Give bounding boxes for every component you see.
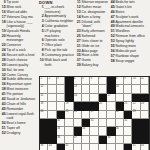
grid-cell[interactable] [74,144,82,150]
grid-cell[interactable]: 11 [141,77,149,85]
clue-number: 26 [1,53,6,58]
cell-number: 38 [108,136,111,139]
grid-cell[interactable]: 10 [132,77,140,85]
clue-text: Chain of hills [7,102,38,107]
clue-text: Bistro [116,10,150,15]
cell-number: 13 [74,85,77,88]
across-clue-list: 9Tip over15Mine rock16Want ad abbr.17Vet… [1,0,38,136]
clue-text: ___-in-cheek (insincere) [45,5,74,14]
clue-item: 51Taper off [1,126,38,131]
clue-text: Veterans Day mo. [7,15,38,20]
cell-number: 36 [57,136,60,139]
clue-item: 47Sculptor's work [110,15,150,20]
grid-cell[interactable] [90,144,98,150]
grid-cell[interactable] [99,144,107,150]
clue-number: 3 [39,19,44,24]
clue-number: 37 [76,58,81,63]
clue-number: 43 [1,102,6,107]
grid-cell[interactable] [48,111,56,119]
clue-text: Softened [82,34,110,39]
clue-text: Diluted, with "down" [82,20,110,29]
clue-number: 13 [76,10,81,15]
clue-item: 32Comic Carvey [1,73,38,78]
clue-item: 7Office plant [39,43,74,48]
cell-number: 24 [40,110,43,113]
clue-text: Apartment dweller [116,20,150,25]
clue-number: 38 [1,87,6,92]
clue-number: 16 [1,10,6,15]
clue-number: 9 [39,53,44,58]
clue-text: Remove from office [116,34,150,39]
clue-text: Early afternoon [82,29,110,34]
clue-text: Tip over [7,0,38,5]
down-clue-list-continued: 11Siberian expanse12Rather mean13Co. des… [76,0,110,68]
clue-number: 19 [1,29,6,34]
clue-text: Bear's home [7,121,38,126]
cell-number: 26 [74,110,77,113]
grid-cell[interactable]: 41 [65,144,73,150]
grid-cell[interactable] [90,136,98,144]
grid-cell[interactable]: 6 [90,77,98,85]
cell-number: 21 [124,102,127,105]
clue-item: 36Equestrian sport [1,82,38,87]
grid-cell[interactable]: 2 [48,77,56,85]
clue-number: 35 [76,53,81,58]
cell-number: 23 [141,102,144,105]
clue-item: 1___-in-cheek (insincere) [39,5,74,14]
grid-cell[interactable]: 26 [74,111,82,119]
grid-cell[interactable] [74,119,82,127]
cell-number: 8 [116,77,117,80]
cell-number: 28 [116,110,119,113]
grid-cell[interactable]: 16 [74,94,82,102]
clue-number: 25 [76,34,81,39]
clue-number: 27 [76,39,81,44]
clue-text: Drudgery [7,131,38,136]
black-square [132,94,140,102]
grid-cell[interactable]: 14 [116,85,124,93]
down-clue-list: DOWN 1___-in-cheek (insincere)2Approxima… [39,0,74,67]
clue-number: 28 [1,58,6,63]
cell-number: 10 [133,77,136,80]
grid-cell[interactable] [65,119,73,127]
clue-item: 25Softened [76,34,110,39]
grid-cell[interactable]: 15 [40,94,48,102]
clue-number: 57 [110,54,115,59]
clue-number: 8 [39,48,44,53]
grid-cell[interactable] [65,127,73,135]
clue-item: 19Upscale Honda [1,29,38,34]
cell-number: 9 [124,77,125,80]
clue-number: 39 [76,63,81,68]
clue-text: Earn a living [82,15,110,20]
clue-item: 53Spray lightly [110,39,150,44]
grid-cell[interactable] [124,94,132,102]
clue-item: 30Sal, for one [1,68,38,73]
clue-text: Wordless [116,29,150,34]
cell-number: 16 [74,94,77,97]
clue-item: 35Have a bite [76,53,110,58]
clue-item: 9Tip over [1,0,38,5]
clue-text: Atlas page [82,49,110,54]
clue-item: 52Remove from office [110,34,150,39]
cell-number: 41 [66,144,69,147]
grid-cell[interactable]: 27 [90,111,98,119]
clue-number: 45 [1,107,6,112]
clue-text: Rather mean [82,5,110,10]
clue-item: 57Rainbow shape [110,54,150,59]
grid-cell[interactable]: 35 [116,127,124,135]
grid-cell[interactable] [124,136,132,144]
cell-number: 6 [91,77,92,80]
grid-cell[interactable] [82,94,90,102]
grid-cell[interactable] [57,94,65,102]
clue-number: 42 [1,97,6,102]
black-square [74,127,82,135]
clue-text: Co. designation [82,10,110,15]
clue-text: Siberian expanse [82,0,110,5]
clue-text: LP-playing machines [45,29,74,38]
grid-cell[interactable]: 39 [40,144,48,150]
clue-item: 52Drudgery [1,131,38,136]
grid-cell[interactable] [82,136,90,144]
clue-item: 9Customary practice [39,53,74,58]
clue-text: Operatic solo [45,38,74,43]
clue-item: 5LP-playing machines [39,29,74,38]
clue-text: Gusto [82,58,110,63]
clue-item: 43Chain of hills [1,102,38,107]
clue-number: 14 [76,15,81,20]
clue-text: Customary practice [45,53,74,58]
grid-cell[interactable] [57,85,65,93]
clue-text: Taper off [7,126,38,131]
cell-number: 31 [91,119,94,122]
clue-number: 58 [110,59,115,64]
grid-cell[interactable] [82,111,90,119]
black-square [40,119,48,127]
cell-number: 7 [99,77,100,80]
cell-number: 22 [133,102,136,105]
clue-item: 45Remainder [1,107,38,112]
clue-number: 22 [1,43,6,48]
grid-cell[interactable] [90,94,98,102]
clue-text: Want ad abbr. [7,10,38,15]
grid-cell[interactable]: 20 [99,102,107,110]
cell-number: 18 [40,102,43,105]
clue-number: 46 [1,112,6,121]
clue-number: 49 [110,24,115,29]
clue-item: 4Color gradation [39,24,74,29]
grid-cell[interactable] [82,85,90,93]
clue-item: 14Earn a living [76,15,110,20]
clue-number: 51 [110,29,115,34]
grid-cell[interactable] [48,102,56,110]
black-square [124,144,132,150]
grid-cell[interactable]: 21 [124,102,132,110]
clue-item: 28Dutch cheese [1,58,38,63]
grid-cell[interactable] [99,85,107,93]
grid-cell[interactable] [48,94,56,102]
grid-cell[interactable] [99,111,107,119]
clue-text: Rainbow shape [116,54,150,59]
clue-item: 20Heavenly messenger [1,34,38,43]
clue-text: Nothing more [116,44,150,49]
cell-number: 43 [141,144,144,147]
grid-cell[interactable]: 25 [65,111,73,119]
clue-number: 15 [1,5,6,10]
black-square [141,127,149,135]
clue-text: Sculptor's work [116,15,150,20]
clue-text: Glide on ice [82,44,110,49]
black-square [99,94,107,102]
clue-number: 24 [1,48,6,53]
grid-cell[interactable]: 29 [132,111,140,119]
clue-item: 2Approximately [39,14,74,19]
grid-cell[interactable]: 37 [74,136,82,144]
clue-item: 34Subtle difference [1,77,38,82]
clue-number: 9 [1,0,6,5]
grid-cell[interactable]: 24 [40,111,48,119]
black-square [132,127,140,135]
clue-text: Lowest quality [7,63,38,68]
clue-item: 26Secure with a knot [1,53,38,58]
clue-text: Remainder [7,107,38,112]
clue-number: 29 [1,63,6,68]
cell-number: 37 [74,136,77,139]
grid-cell[interactable] [57,102,65,110]
clue-number: 46 [110,10,115,15]
clue-item: 51Wordless [110,29,150,34]
grid-cell[interactable]: 28 [116,111,124,119]
black-square [99,136,107,144]
cell-number: 15 [40,94,43,97]
grid-cell[interactable] [107,144,115,150]
clue-number: 18 [1,20,6,29]
clue-number: 12 [76,5,81,10]
clue-number: 56 [110,49,115,54]
clue-text: Gator's kin [116,5,150,10]
clue-number: 45 [110,5,115,10]
clue-item: 45Gator's kin [110,5,150,10]
clue-item: 56Molecule part [110,49,150,54]
clue-item: 12Rather mean [76,5,110,10]
clue-item: 13Co. designation [76,10,110,15]
clue-number: 53 [110,39,115,44]
clue-item: 3California neighbor [39,19,74,24]
clue-text: Equestrian sport [7,82,38,87]
clue-item: 55Nothing more [110,44,150,49]
clue-item: 22Conserve [1,43,38,48]
grid-cell[interactable]: 36 [57,136,65,144]
clue-number: 44 [110,0,115,5]
black-square [107,127,115,135]
cell-number: 33 [57,127,60,130]
grid-cell[interactable] [107,102,115,110]
grid-cell[interactable] [141,111,149,119]
clue-text: Comic Carvey [7,73,38,78]
cell-number: 14 [116,85,119,88]
clue-number: 36 [1,82,6,87]
cell-number: 2 [49,77,50,80]
clue-number: 4 [39,24,44,29]
clue-number: 6 [39,38,44,43]
black-square [65,77,73,85]
grid-cell[interactable]: 5 [82,77,90,85]
grid-cell[interactable]: 42 [132,144,140,150]
grid-cell[interactable] [90,127,98,135]
black-square [65,85,73,93]
clue-text: Soup veggie [116,59,150,64]
clue-item: 48Apartment dweller [110,20,150,25]
grid-cell[interactable] [132,85,140,93]
clue-item: 24Tip of a sock [1,48,38,53]
clue-item: 11Siberian expanse [76,0,110,5]
crossword-grid: 1234567891011121314151617181920212223242… [39,76,150,150]
clue-number: 23 [76,29,81,34]
black-square [48,136,56,144]
grid-cell[interactable] [65,136,73,144]
clue-item: 18Like a house ___ (vigorously) [1,20,38,29]
clue-number: 32 [1,73,6,78]
clue-text: Medicinal amounts [116,24,150,29]
grid-cell[interactable] [116,94,124,102]
clue-number: 5 [39,29,44,38]
clue-number: 30 [1,68,6,73]
grid-cell[interactable] [116,144,124,150]
clue-number: 21 [76,20,81,29]
clue-text: Like a house ___ (vigorously) [7,20,38,29]
grid-cell[interactable]: 3 [57,77,65,85]
cell-number: 17 [108,94,111,97]
clue-item: 23Early afternoon [76,29,110,34]
cell-number: 30 [57,119,60,122]
clue-text: Heavenly messenger [7,34,38,43]
cell-number: 12 [40,85,43,88]
clue-number: 47 [110,15,115,20]
cell-number: 1 [40,77,41,80]
cell-number: 40 [49,144,52,147]
clue-text: Secure with a knot [7,53,38,58]
grid-cell[interactable]: 43 [141,144,149,150]
grid-cell[interactable]: 33 [57,127,65,135]
grid-cell[interactable] [124,85,132,93]
clue-item: 49Medicinal amounts [110,24,150,29]
grid-cell[interactable] [116,136,124,144]
cell-number: 39 [40,144,43,147]
cell-number: 11 [141,77,144,80]
grid-cell[interactable]: 23 [141,102,149,110]
clue-text: Mine rock [7,5,38,10]
cell-number: 42 [133,144,136,147]
black-square [48,127,56,135]
down-clues-1-10: 1___-in-cheek (insincere)2Approximately3… [39,5,74,67]
clue-number: 11 [76,0,81,5]
clue-text: Conserve [7,43,38,48]
grid-cell[interactable]: 34 [82,127,90,135]
grid-cell[interactable]: 9 [124,77,132,85]
grid-cell[interactable] [107,119,115,127]
clue-text: Tip of a sock [7,48,38,53]
grid-cell[interactable]: 13 [74,85,82,93]
grid-cell[interactable]: 38 [107,136,115,144]
clue-item: 10Walk back and forth [39,58,74,67]
grid-cell[interactable] [90,85,98,93]
clue-text: Saudi or Jordanian [7,97,38,102]
clue-text: Office plant [45,43,74,48]
grid-cell[interactable]: 31 [90,119,98,127]
clue-number: 34 [1,77,6,82]
clue-text: Upscale Honda [7,29,38,34]
cell-number: 19 [66,102,69,105]
clue-text: Molecule part [116,49,150,54]
grid-cell[interactable] [99,127,107,135]
down-clue-list-continued-2: 44Beds for tots45Gator's kin46Bistro47Sc… [110,0,150,64]
clue-text: Subtle difference [7,77,38,82]
black-square [40,136,48,144]
grid-cell[interactable] [141,85,149,93]
grid-cell[interactable] [107,111,115,119]
clue-item: 41Pie portion [1,92,38,97]
black-square [48,119,56,127]
grid-cell[interactable]: 12 [40,85,48,93]
grid-cell[interactable]: 17 [107,94,115,102]
cell-number: 25 [66,110,69,113]
clue-number: 7 [39,43,44,48]
black-square [107,77,115,85]
clue-item: 37Gusto [76,58,110,63]
clue-number: 2 [39,14,44,19]
clue-number: 17 [1,15,6,20]
clue-item: 27Gets closer to [76,39,110,44]
clue-item: 8Pick up the tab [39,48,74,53]
grid-cell[interactable]: 32 [124,119,132,127]
grid-cell[interactable] [48,85,56,93]
cell-number: 29 [133,110,136,113]
black-square [107,85,115,93]
cell-number: 5 [82,77,83,80]
grid-cell[interactable] [124,127,132,135]
black-square [141,94,149,102]
grid-cell[interactable]: 40 [48,144,56,150]
clue-number: 20 [1,34,6,43]
clue-item: 29Lowest quality [1,63,38,68]
grid-cell[interactable] [82,144,90,150]
clue-number: 52 [110,34,115,39]
clue-item: 21Diluted, with "down" [76,20,110,29]
clue-item: 58Soup veggie [110,59,150,64]
clue-text: Bakery buy [82,63,110,68]
black-square [57,111,65,119]
clue-text: Pie portion [7,92,38,97]
black-square [132,119,140,127]
clue-number: 50 [1,121,6,126]
clue-text: California neighbor [45,19,74,24]
clue-item: 44Beds for tots [110,0,150,5]
clue-item: 33Atlas page [76,49,110,54]
clue-item: 46Bistro [110,10,150,15]
clue-number: 10 [39,58,44,67]
clue-text: Spray lightly [116,39,150,44]
grid-cell[interactable] [99,119,107,127]
black-square [141,136,149,144]
clue-number: 41 [1,92,6,97]
clue-text: Pick up the tab [45,48,74,53]
clue-item: 31Glide on ice [76,44,110,49]
cell-number: 27 [91,110,94,113]
clue-text: Walk back and forth [45,58,74,67]
grid-cell[interactable]: 7 [99,77,107,85]
clue-number: 1 [39,5,44,14]
